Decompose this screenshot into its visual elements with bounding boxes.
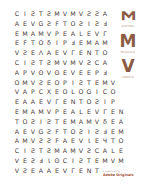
- grid-cell: ʘ: [37, 68, 45, 78]
- grid-cell: O: [53, 78, 61, 88]
- grid-cell: A: [69, 29, 77, 39]
- grid-cell: T: [109, 136, 117, 146]
- grid-cell: E: [61, 117, 69, 127]
- grid-cell: A: [13, 19, 21, 29]
- grid-cell: M: [101, 78, 109, 88]
- grid-cell: Γ: [69, 166, 77, 176]
- display-glyph-block-m: M museale: [120, 32, 137, 55]
- grid-cell: V: [45, 68, 53, 78]
- grid-row: EMAMVPEALEVΓ: [13, 29, 125, 39]
- grid-cell: E: [85, 107, 93, 117]
- m-caption: museale: [121, 51, 135, 55]
- grid-cell: M: [117, 127, 125, 137]
- grid-cell: T: [85, 156, 93, 166]
- grid-cell: Ƨ: [45, 127, 53, 137]
- grid-cell: E: [93, 78, 101, 88]
- grid-cell: M: [117, 156, 125, 166]
- grid-cell: A: [93, 38, 101, 48]
- grid-cell: I: [37, 117, 45, 127]
- grid-cell: O: [13, 78, 21, 88]
- grid-cell: M: [21, 107, 29, 117]
- grid-cell: Ƨ: [77, 78, 85, 88]
- grid-cell: P: [61, 78, 69, 88]
- grid-cell: Ⅎ: [101, 19, 109, 29]
- grid-cell: Ƨ: [85, 58, 93, 68]
- grid-cell: M: [101, 156, 109, 166]
- grid-cell: O: [109, 87, 117, 97]
- grid-cell: Ƨ: [45, 19, 53, 29]
- grid-cell: O: [61, 87, 69, 97]
- grid-cell: E: [29, 166, 37, 176]
- grid-cell: Ƨ: [77, 127, 85, 137]
- grid-cell: V: [29, 68, 37, 78]
- grid-cell: O: [69, 127, 77, 137]
- grid-cell: V: [29, 19, 37, 29]
- grid-cell: Ƨ: [45, 58, 53, 68]
- archaic-sigma-glyph: Σ: [119, 10, 138, 22]
- grid-row: OMVƧEOPIƧTEMV: [13, 78, 125, 88]
- credit-name: Adobe Originals: [103, 173, 148, 178]
- grid-cell: E: [77, 68, 85, 78]
- grid-cell: Ƨ: [29, 146, 37, 156]
- grid-cell: M: [53, 9, 61, 19]
- grid-cell: T: [93, 166, 101, 176]
- grid-cell: X: [45, 87, 53, 97]
- grid-cell: T: [37, 58, 45, 68]
- grid-cell: Ɩ: [45, 156, 53, 166]
- grid-cell: V: [29, 78, 37, 88]
- grid-cell: A: [13, 127, 21, 137]
- grid-cell: Ƨ: [93, 19, 101, 29]
- grid-cell: T: [13, 117, 21, 127]
- grid-cell: I: [85, 127, 93, 137]
- v-glyph: V: [121, 57, 134, 76]
- grid-cell: P: [109, 97, 117, 107]
- grid-cell: T: [61, 19, 69, 29]
- grid-cell: A: [61, 146, 69, 156]
- grid-cell: ʘ: [53, 156, 61, 166]
- grid-cell: N: [85, 166, 93, 176]
- grid-cell: A: [77, 117, 85, 127]
- grid-cell: V: [69, 68, 77, 78]
- grid-cell: O: [85, 97, 93, 107]
- grid-cell: A: [29, 97, 37, 107]
- grid-cell: V: [93, 117, 101, 127]
- grid-cell: V: [77, 9, 85, 19]
- grid-cell: C: [61, 156, 69, 166]
- display-glyph-block-sigma: Σ sistema: [121, 6, 134, 29]
- grid-cell: N: [117, 107, 125, 117]
- grid-cell: I: [69, 156, 77, 166]
- grid-row: APVʘVʘEVEEPℲ: [13, 68, 125, 78]
- grid-cell: E: [77, 38, 85, 48]
- grid-cell: Ϝ: [53, 19, 61, 29]
- grid-cell: V: [61, 9, 69, 19]
- grid-cell: V: [77, 146, 85, 156]
- grid-cell: V: [77, 136, 85, 146]
- grid-row: TOƧIƧTEMAMVδEA: [13, 117, 125, 127]
- grid-cell: M: [69, 146, 77, 156]
- grid-cell: V: [13, 156, 21, 166]
- grid-cell: E: [13, 97, 21, 107]
- grid-cell: T: [37, 9, 45, 19]
- grid-cell: Ƨ: [85, 146, 93, 156]
- grid-cell: Ⅎ: [101, 68, 109, 78]
- grid-cell: A: [13, 136, 21, 146]
- grid-cell: I: [93, 87, 101, 97]
- grid-cell: Ⅎ: [69, 38, 77, 48]
- grid-cell: M: [21, 136, 29, 146]
- grid-cell: P: [93, 68, 101, 78]
- grid-cell: E: [109, 117, 117, 127]
- grid-row: CIƧTƧMAMVƧCALE: [13, 146, 125, 156]
- grid-cell: A: [69, 107, 77, 117]
- grid-cell: I: [69, 78, 77, 88]
- grid-cell: Ƨ: [29, 58, 37, 68]
- grid-cell: A: [45, 166, 53, 176]
- grid-cell: E: [21, 127, 29, 137]
- grid-row: EϜTOδIPℲEMAM: [13, 38, 125, 48]
- grid-cell: ʘ: [53, 68, 61, 78]
- grid-cell: Ƨ: [93, 97, 101, 107]
- m-glyph: M: [120, 32, 137, 51]
- grid-cell: P: [53, 107, 61, 117]
- grid-cell: Ƨ: [37, 78, 45, 88]
- grid-cell: V: [29, 136, 37, 146]
- grid-row: EAAEVΓENTOƧIP: [13, 97, 125, 107]
- grid-cell: V: [45, 107, 53, 117]
- grid-cell: L: [77, 29, 85, 39]
- display-glyph-block-v: V umbria: [121, 57, 134, 80]
- grid-cell: T: [93, 48, 101, 58]
- grid-row: VƧEΛAEVΓENTO: [13, 48, 125, 58]
- grid-cell: I: [85, 19, 93, 29]
- grid-cell: E: [29, 48, 37, 58]
- grid-cell: M: [53, 146, 61, 156]
- grid-cell: δ: [101, 117, 109, 127]
- grid-cell: V: [29, 127, 37, 137]
- grid-cell: N: [69, 97, 77, 107]
- grid-cell: Ƨ: [29, 9, 37, 19]
- grid-cell: L: [77, 107, 85, 117]
- grid-cell: E: [69, 136, 77, 146]
- grid-cell: M: [85, 117, 93, 127]
- grid-cell: Ɩ: [85, 136, 93, 146]
- grid-cell: P: [61, 38, 69, 48]
- grid-cell: P: [29, 87, 37, 97]
- grid-cell: E: [85, 29, 93, 39]
- grid-cell: V: [61, 48, 69, 58]
- grid-cell: T: [29, 38, 37, 48]
- grid-cell: P: [21, 68, 29, 78]
- grid-cell: E: [45, 78, 53, 88]
- grid-cell: E: [13, 107, 21, 117]
- grid-cell: C: [37, 87, 45, 97]
- grid-cell: E: [85, 68, 93, 78]
- grid-row: AEVGƧϜTOƧIƧℲ: [13, 19, 125, 29]
- grid-cell: C: [93, 58, 101, 68]
- grid-cell: G: [37, 127, 45, 137]
- grid-cell: Ϝ: [21, 38, 29, 48]
- grid-cell: A: [29, 29, 37, 39]
- grid-cell: Ƨ: [37, 136, 45, 146]
- grid-cell: L: [69, 87, 77, 97]
- grid-cell: A: [101, 58, 109, 68]
- grid-cell: A: [13, 68, 21, 78]
- grid-cell: Ƨ: [29, 156, 37, 166]
- grid-cell: Ƨ: [21, 48, 29, 58]
- grid-cell: Ƨ: [45, 146, 53, 156]
- grid-cell: E: [61, 68, 69, 78]
- grid-cell: δ: [45, 38, 53, 48]
- grid-row: VEƧℲƖʘCIƧTEMVM: [13, 156, 125, 166]
- grid-cell: Ƨ: [93, 127, 101, 137]
- grid-cell: A: [37, 166, 45, 176]
- grid-cell: I: [21, 146, 29, 156]
- grid-cell: Ƨ: [85, 9, 93, 19]
- grid-cell: T: [85, 78, 93, 88]
- grid-cell: G: [37, 19, 45, 29]
- grid-cell: E: [61, 107, 69, 117]
- grid-cell: I: [101, 97, 109, 107]
- grid-cell: Ƨ: [77, 156, 85, 166]
- grid-cell: Γ: [53, 97, 61, 107]
- grid-cell: G: [85, 87, 93, 97]
- grid-cell: Ⅎ: [101, 127, 109, 137]
- grid-row: AMVƧƧϜAEVƖEЧTO: [13, 136, 125, 146]
- grid-cell: E: [53, 87, 61, 97]
- grid-cell: E: [53, 48, 61, 58]
- grid-cell: E: [13, 29, 21, 39]
- grid-cell: Ƨ: [29, 117, 37, 127]
- grid-cell: E: [61, 97, 69, 107]
- grid-cell: P: [53, 29, 61, 39]
- grid-cell: A: [29, 107, 37, 117]
- grid-row: CIƧTƧMVMVƧƧA: [13, 9, 125, 19]
- poster: CIƧTƧMVMVƧƧAAEVGƧϜTOƧIƧℲEMAMVPEALEVΓEϜTO…: [0, 0, 150, 193]
- grid-cell: Ƨ: [45, 136, 53, 146]
- grid-cell: I: [21, 9, 29, 19]
- grid-cell: V: [13, 87, 21, 97]
- grid-cell: T: [53, 117, 61, 127]
- grid-cell: Ƨ: [45, 9, 53, 19]
- grid-cell: M: [69, 117, 77, 127]
- grid-cell: Ϝ: [53, 136, 61, 146]
- grid-cell: A: [101, 9, 109, 19]
- grid-cell: O: [37, 38, 45, 48]
- grid-cell: N: [85, 48, 93, 58]
- grid-cell: Γ: [101, 29, 109, 39]
- grid-cell: O: [77, 87, 85, 97]
- grid-cell: M: [37, 29, 45, 39]
- grid-cell: Λ: [37, 48, 45, 58]
- grid-cell: A: [21, 87, 29, 97]
- grid-cell: V: [61, 58, 69, 68]
- grid-cell: V: [109, 156, 117, 166]
- grid-cell: O: [117, 136, 125, 146]
- grid-cell: E: [61, 29, 69, 39]
- grid-cell: L: [109, 146, 117, 156]
- grid-cell: Γ: [69, 48, 77, 58]
- grid-cell: M: [69, 9, 77, 19]
- grid-cell: E: [21, 19, 29, 29]
- grid-cell: M: [69, 58, 77, 68]
- grid-cell: O: [101, 48, 109, 58]
- grid-cell: M: [21, 29, 29, 39]
- grid-cell: V: [13, 166, 21, 176]
- grid-cell: M: [101, 38, 109, 48]
- grid-cell: Ƨ: [93, 9, 101, 19]
- grid-cell: A: [101, 146, 109, 156]
- grid-cell: T: [61, 127, 69, 137]
- grid-cell: A: [21, 97, 29, 107]
- credit: a specimen by Adobe Originals: [103, 170, 148, 178]
- grid-cell: Γ: [101, 107, 109, 117]
- grid-cell: T: [37, 146, 45, 156]
- grid-row: EMAMVPEALEVΓEN: [13, 107, 125, 117]
- grid-cell: C: [93, 146, 101, 156]
- grid-cell: C: [101, 87, 109, 97]
- display-glyph-column: Σ sistema M museale V umbria: [114, 6, 142, 83]
- grid-cell: A: [45, 48, 53, 58]
- grid-cell: V: [45, 29, 53, 39]
- grid-cell: E: [93, 136, 101, 146]
- grid-cell: C: [13, 9, 21, 19]
- grid-cell: O: [69, 19, 77, 29]
- grid-cell: E: [93, 156, 101, 166]
- grid-row: AEVGƧϜTOƧIƧℲEM: [13, 127, 125, 137]
- grid-cell: A: [61, 136, 69, 146]
- grid-cell: E: [21, 156, 29, 166]
- grid-cell: E: [109, 127, 117, 137]
- grid-cell: E: [13, 38, 21, 48]
- grid-cell: Ƨ: [77, 19, 85, 29]
- v-caption: umbria: [122, 76, 134, 80]
- grid-cell: E: [77, 48, 85, 58]
- grid-cell: Ϝ: [53, 127, 61, 137]
- grid-cell: V: [61, 166, 69, 176]
- grid-cell: M: [53, 58, 61, 68]
- grid-row: CIƧTƧMVMVƧCA: [13, 58, 125, 68]
- grid-cell: M: [37, 107, 45, 117]
- grid-cell: O: [21, 117, 29, 127]
- letter-grid: CIƧTƧMVMVƧƧAAEVGƧϜTOƧIƧℲEMAMVPEALEVΓEϜTO…: [13, 9, 125, 176]
- grid-cell: V: [13, 48, 21, 58]
- grid-cell: C: [13, 146, 21, 156]
- grid-cell: T: [77, 97, 85, 107]
- grid-cell: E: [117, 146, 125, 156]
- grid-cell: I: [53, 38, 61, 48]
- grid-cell: V: [77, 58, 85, 68]
- grid-cell: M: [85, 38, 93, 48]
- grid-cell: Ƨ: [45, 117, 53, 127]
- grid-cell: M: [21, 78, 29, 88]
- grid-cell: A: [117, 117, 125, 127]
- grid-cell: Ⅎ: [37, 156, 45, 166]
- grid-cell: E: [37, 97, 45, 107]
- grid-cell: E: [77, 166, 85, 176]
- grid-cell: V: [93, 107, 101, 117]
- grid-cell: V: [45, 97, 53, 107]
- grid-cell: V: [93, 29, 101, 39]
- grid-cell: E: [109, 107, 117, 117]
- grid-cell: Ƨ: [21, 166, 29, 176]
- grid-cell: E: [53, 166, 61, 176]
- grid-row: VAPCXEOLOGICO: [13, 87, 125, 97]
- grid-cell: C: [13, 58, 21, 68]
- sigma-caption: sistema: [121, 25, 134, 29]
- grid-cell: I: [21, 58, 29, 68]
- grid-cell: Ч: [101, 136, 109, 146]
